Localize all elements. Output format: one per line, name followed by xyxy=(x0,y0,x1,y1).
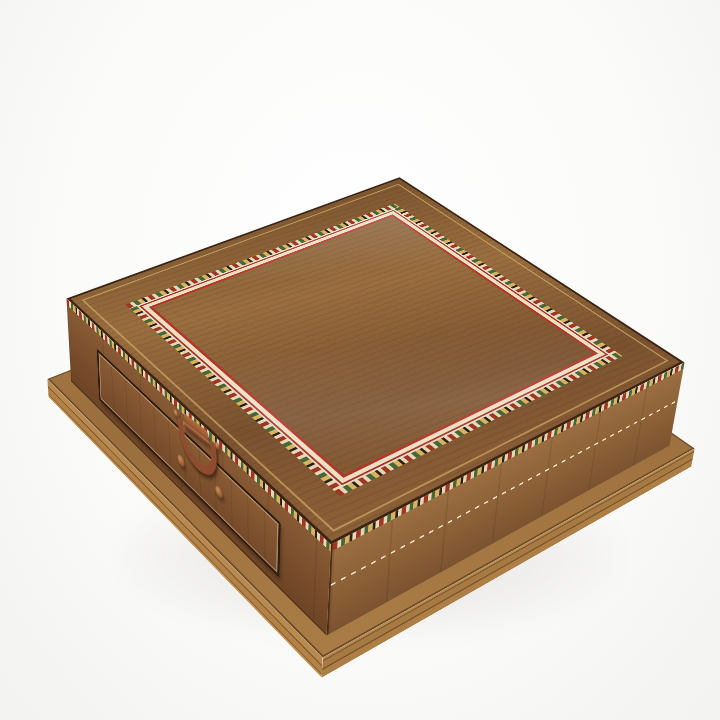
product-photo-stage xyxy=(0,0,720,720)
perspective-wrapper xyxy=(0,0,720,720)
